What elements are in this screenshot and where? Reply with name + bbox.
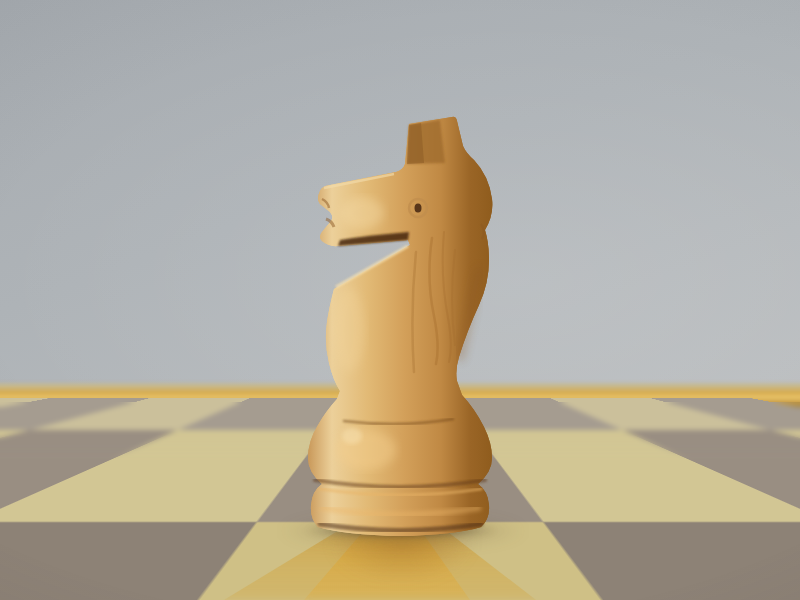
knight-chest-highlight (333, 288, 365, 372)
white-knight-piece (0, 0, 800, 600)
knight-ear-edge (407, 123, 424, 164)
chess-photo (0, 0, 800, 600)
knight-cheek-highlight (340, 197, 384, 229)
knight-eye (415, 204, 422, 213)
knight-bulb-spec (342, 428, 362, 444)
